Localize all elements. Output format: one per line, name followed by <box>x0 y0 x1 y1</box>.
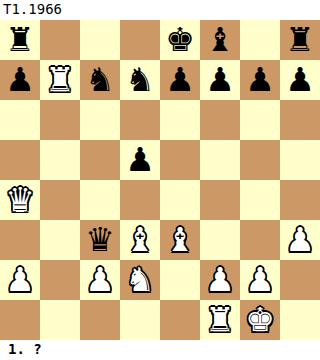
white-pawn: ♟ <box>5 260 35 300</box>
black-pawn: ♟ <box>5 60 35 100</box>
square-f4[interactable] <box>200 180 240 220</box>
square-h8[interactable]: ♜ <box>280 20 320 60</box>
square-c2[interactable]: ♟ <box>80 260 120 300</box>
chess-board: ♜♚♝♜♟♜♞♞♟♟♟♟♟♛♛♝♝♟♟♟♞♟♟♜♚ <box>0 20 320 340</box>
black-knight: ♞ <box>125 60 155 100</box>
white-rook: ♜ <box>45 60 75 100</box>
square-g7[interactable]: ♟ <box>240 60 280 100</box>
square-b2[interactable] <box>40 260 80 300</box>
square-a1[interactable] <box>0 300 40 340</box>
square-d8[interactable] <box>120 20 160 60</box>
square-f2[interactable]: ♟ <box>200 260 240 300</box>
square-g6[interactable] <box>240 100 280 140</box>
white-pawn: ♟ <box>205 260 235 300</box>
square-d2[interactable]: ♞ <box>120 260 160 300</box>
square-a4[interactable]: ♛ <box>0 180 40 220</box>
square-b8[interactable] <box>40 20 80 60</box>
square-a6[interactable] <box>0 100 40 140</box>
square-b3[interactable] <box>40 220 80 260</box>
black-bishop: ♝ <box>205 20 235 60</box>
square-b6[interactable] <box>40 100 80 140</box>
square-c1[interactable] <box>80 300 120 340</box>
puzzle-title: T1.1966 <box>0 0 320 20</box>
puzzle-page: T1.1966 ♜♚♝♜♟♜♞♞♟♟♟♟♟♛♛♝♝♟♟♟♞♟♟♜♚ 1. ? <box>0 0 320 360</box>
square-f7[interactable]: ♟ <box>200 60 240 100</box>
white-king: ♚ <box>245 300 275 340</box>
square-h7[interactable]: ♟ <box>280 60 320 100</box>
square-e4[interactable] <box>160 180 200 220</box>
square-b4[interactable] <box>40 180 80 220</box>
square-a7[interactable]: ♟ <box>0 60 40 100</box>
black-king: ♚ <box>165 20 195 60</box>
square-f3[interactable] <box>200 220 240 260</box>
square-h6[interactable] <box>280 100 320 140</box>
square-b5[interactable] <box>40 140 80 180</box>
black-pawn: ♟ <box>285 60 315 100</box>
square-a5[interactable] <box>0 140 40 180</box>
square-g5[interactable] <box>240 140 280 180</box>
square-g2[interactable]: ♟ <box>240 260 280 300</box>
square-a8[interactable]: ♜ <box>0 20 40 60</box>
move-prompt: 1. ? <box>0 340 320 360</box>
white-knight: ♞ <box>125 260 155 300</box>
square-c6[interactable] <box>80 100 120 140</box>
black-pawn: ♟ <box>125 140 155 180</box>
square-c4[interactable] <box>80 180 120 220</box>
white-queen: ♛ <box>5 180 35 220</box>
square-g4[interactable] <box>240 180 280 220</box>
square-c7[interactable]: ♞ <box>80 60 120 100</box>
black-pawn: ♟ <box>245 60 275 100</box>
white-pawn: ♟ <box>245 260 275 300</box>
square-b1[interactable] <box>40 300 80 340</box>
white-pawn: ♟ <box>85 260 115 300</box>
white-bishop: ♝ <box>165 220 195 260</box>
square-f6[interactable] <box>200 100 240 140</box>
square-g8[interactable] <box>240 20 280 60</box>
black-queen: ♛ <box>85 220 115 260</box>
square-e8[interactable]: ♚ <box>160 20 200 60</box>
square-h3[interactable]: ♟ <box>280 220 320 260</box>
white-pawn: ♟ <box>285 220 315 260</box>
square-d6[interactable] <box>120 100 160 140</box>
square-a3[interactable] <box>0 220 40 260</box>
square-d7[interactable]: ♞ <box>120 60 160 100</box>
square-g1[interactable]: ♚ <box>240 300 280 340</box>
square-e7[interactable]: ♟ <box>160 60 200 100</box>
square-e3[interactable]: ♝ <box>160 220 200 260</box>
square-c5[interactable] <box>80 140 120 180</box>
black-rook: ♜ <box>5 20 35 60</box>
square-h5[interactable] <box>280 140 320 180</box>
square-e5[interactable] <box>160 140 200 180</box>
square-f5[interactable] <box>200 140 240 180</box>
black-pawn: ♟ <box>165 60 195 100</box>
square-d5[interactable]: ♟ <box>120 140 160 180</box>
square-h4[interactable] <box>280 180 320 220</box>
black-pawn: ♟ <box>205 60 235 100</box>
square-b7[interactable]: ♜ <box>40 60 80 100</box>
white-bishop: ♝ <box>125 220 155 260</box>
square-e6[interactable] <box>160 100 200 140</box>
square-e1[interactable] <box>160 300 200 340</box>
black-rook: ♜ <box>285 20 315 60</box>
square-f8[interactable]: ♝ <box>200 20 240 60</box>
square-g3[interactable] <box>240 220 280 260</box>
square-a2[interactable]: ♟ <box>0 260 40 300</box>
square-e2[interactable] <box>160 260 200 300</box>
black-knight: ♞ <box>85 60 115 100</box>
square-c3[interactable]: ♛ <box>80 220 120 260</box>
white-rook: ♜ <box>205 300 235 340</box>
square-h2[interactable] <box>280 260 320 300</box>
square-h1[interactable] <box>280 300 320 340</box>
square-d1[interactable] <box>120 300 160 340</box>
square-d4[interactable] <box>120 180 160 220</box>
square-d3[interactable]: ♝ <box>120 220 160 260</box>
square-f1[interactable]: ♜ <box>200 300 240 340</box>
square-c8[interactable] <box>80 20 120 60</box>
